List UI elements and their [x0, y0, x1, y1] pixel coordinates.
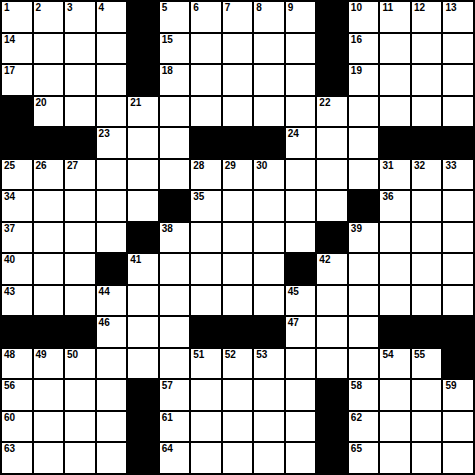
cell-r10c11[interactable] — [317, 286, 347, 316]
clue-number: 1 — [4, 3, 10, 13]
block-r1c5 — [128, 2, 158, 32]
cell-r7c11[interactable] — [317, 191, 347, 221]
clue-number: 47 — [288, 318, 299, 328]
cell-r10c6[interactable] — [160, 286, 190, 316]
cell-r9c2[interactable] — [34, 254, 64, 284]
cell-r10c4[interactable]: 44 — [97, 286, 127, 316]
cell-r8c4[interactable] — [97, 223, 127, 253]
cell-r2c9[interactable] — [254, 34, 284, 64]
cell-r9c8[interactable] — [223, 254, 253, 284]
cell-r8c9[interactable] — [254, 223, 284, 253]
cell-r14c2[interactable] — [34, 412, 64, 442]
cell-r12c13[interactable]: 54 — [380, 349, 410, 379]
cell-r10c15[interactable] — [443, 286, 473, 316]
block-r7c12 — [349, 191, 379, 221]
cell-r13c12[interactable]: 58 — [349, 380, 379, 410]
cell-r13c8[interactable] — [223, 380, 253, 410]
cell-r8c10[interactable] — [286, 223, 316, 253]
cell-r1c14[interactable]: 12 — [412, 2, 442, 32]
block-r5c8 — [223, 128, 253, 158]
block-r4c1 — [2, 97, 32, 127]
clue-number: 2 — [36, 3, 42, 13]
cell-r15c3[interactable] — [65, 443, 95, 473]
cell-r2c2[interactable] — [34, 34, 64, 64]
cell-r1c9[interactable]: 8 — [254, 2, 284, 32]
cell-r8c8[interactable] — [223, 223, 253, 253]
clue-number: 35 — [193, 192, 204, 202]
cell-r2c12[interactable]: 16 — [349, 34, 379, 64]
cell-r13c4[interactable] — [97, 380, 127, 410]
cell-r7c13[interactable]: 36 — [380, 191, 410, 221]
clue-number: 56 — [4, 381, 15, 391]
clue-number: 9 — [288, 3, 294, 13]
cell-r4c8[interactable] — [223, 97, 253, 127]
cell-r13c9[interactable] — [254, 380, 284, 410]
cell-r9c5[interactable]: 41 — [128, 254, 158, 284]
cell-r15c7[interactable] — [191, 443, 221, 473]
cell-r13c3[interactable] — [65, 380, 95, 410]
cell-r12c7[interactable]: 51 — [191, 349, 221, 379]
cell-r12c3[interactable]: 50 — [65, 349, 95, 379]
block-r12c15 — [443, 349, 473, 379]
cell-r2c3[interactable] — [65, 34, 95, 64]
cell-r10c2[interactable] — [34, 286, 64, 316]
cell-r9c3[interactable] — [65, 254, 95, 284]
cell-r9c7[interactable] — [191, 254, 221, 284]
cell-r2c8[interactable] — [223, 34, 253, 64]
cell-r2c7[interactable] — [191, 34, 221, 64]
clue-number: 41 — [130, 255, 141, 265]
cell-r6c6[interactable] — [160, 160, 190, 190]
clue-number: 38 — [162, 224, 173, 234]
cell-r5c11[interactable] — [317, 128, 347, 158]
cell-r4c11[interactable]: 22 — [317, 97, 347, 127]
cell-r11c5[interactable] — [128, 317, 158, 347]
cell-r6c1[interactable]: 25 — [2, 160, 32, 190]
cell-r8c1[interactable]: 37 — [2, 223, 32, 253]
cell-r12c2[interactable]: 49 — [34, 349, 64, 379]
cell-r12c6[interactable] — [160, 349, 190, 379]
cell-r3c4[interactable] — [97, 65, 127, 95]
clue-number: 62 — [351, 413, 362, 423]
block-r3c5 — [128, 65, 158, 95]
cell-r10c5[interactable] — [128, 286, 158, 316]
clue-number: 34 — [4, 192, 15, 202]
cell-r6c3[interactable]: 27 — [65, 160, 95, 190]
cell-r15c8[interactable] — [223, 443, 253, 473]
clue-number: 15 — [162, 35, 173, 45]
clue-number: 30 — [256, 161, 267, 171]
cell-r7c5[interactable] — [128, 191, 158, 221]
cell-r9c12[interactable] — [349, 254, 379, 284]
block-r9c4 — [97, 254, 127, 284]
cell-r3c1[interactable]: 17 — [2, 65, 32, 95]
cell-r3c2[interactable] — [34, 65, 64, 95]
cell-r10c8[interactable] — [223, 286, 253, 316]
block-r15c5 — [128, 443, 158, 473]
cell-r12c10[interactable] — [286, 349, 316, 379]
cell-r1c15[interactable]: 13 — [443, 2, 473, 32]
cell-r15c14[interactable] — [412, 443, 442, 473]
clue-number: 6 — [193, 3, 199, 13]
clue-number: 64 — [162, 444, 173, 454]
cell-r2c1[interactable]: 14 — [2, 34, 32, 64]
cell-r6c8[interactable]: 29 — [223, 160, 253, 190]
clue-number: 36 — [382, 192, 393, 202]
cell-r4c3[interactable] — [65, 97, 95, 127]
cell-r14c10[interactable] — [286, 412, 316, 442]
cell-r10c10[interactable]: 45 — [286, 286, 316, 316]
cell-r9c13[interactable] — [380, 254, 410, 284]
cell-r10c3[interactable] — [65, 286, 95, 316]
block-r11c2 — [34, 317, 64, 347]
clue-number: 12 — [414, 3, 425, 13]
cell-r15c6[interactable]: 64 — [160, 443, 190, 473]
clue-number: 32 — [414, 161, 425, 171]
cell-r12c11[interactable] — [317, 349, 347, 379]
cell-r1c13[interactable]: 11 — [380, 2, 410, 32]
clue-number: 21 — [130, 98, 141, 108]
cell-r4c14[interactable] — [412, 97, 442, 127]
cell-r14c13[interactable] — [380, 412, 410, 442]
clue-number: 27 — [67, 161, 78, 171]
cell-r10c9[interactable] — [254, 286, 284, 316]
cell-r13c6[interactable]: 57 — [160, 380, 190, 410]
block-r11c1 — [2, 317, 32, 347]
cell-r3c7[interactable] — [191, 65, 221, 95]
cell-r15c2[interactable] — [34, 443, 64, 473]
block-r11c14 — [412, 317, 442, 347]
block-r11c13 — [380, 317, 410, 347]
cell-r4c2[interactable]: 20 — [34, 97, 64, 127]
cell-r12c14[interactable]: 55 — [412, 349, 442, 379]
cell-r4c7[interactable] — [191, 97, 221, 127]
cell-r13c10[interactable] — [286, 380, 316, 410]
clue-number: 29 — [225, 161, 236, 171]
clue-number: 54 — [382, 350, 393, 360]
block-r5c7 — [191, 128, 221, 158]
cell-r2c15[interactable] — [443, 34, 473, 64]
clue-number: 50 — [67, 350, 78, 360]
cell-r14c12[interactable]: 62 — [349, 412, 379, 442]
cell-r9c6[interactable] — [160, 254, 190, 284]
block-r14c5 — [128, 412, 158, 442]
cell-r3c9[interactable] — [254, 65, 284, 95]
cell-r4c12[interactable] — [349, 97, 379, 127]
block-r14c11 — [317, 412, 347, 442]
cell-r6c12[interactable] — [349, 160, 379, 190]
cell-r13c7[interactable] — [191, 380, 221, 410]
cell-r13c2[interactable] — [34, 380, 64, 410]
clue-number: 11 — [382, 3, 393, 13]
block-r5c14 — [412, 128, 442, 158]
cell-r6c13[interactable]: 31 — [380, 160, 410, 190]
block-r11c9 — [254, 317, 284, 347]
cell-r8c3[interactable] — [65, 223, 95, 253]
cell-r8c12[interactable]: 39 — [349, 223, 379, 253]
cell-r8c13[interactable] — [380, 223, 410, 253]
cell-r8c2[interactable] — [34, 223, 64, 253]
clue-number: 49 — [36, 350, 47, 360]
clue-number: 24 — [288, 129, 299, 139]
cell-r3c12[interactable]: 19 — [349, 65, 379, 95]
cell-r4c5[interactable]: 21 — [128, 97, 158, 127]
cell-r2c13[interactable] — [380, 34, 410, 64]
clue-number: 4 — [99, 3, 105, 13]
cell-r8c15[interactable] — [443, 223, 473, 253]
cell-r1c7[interactable]: 6 — [191, 2, 221, 32]
cell-r12c8[interactable]: 52 — [223, 349, 253, 379]
block-r13c5 — [128, 380, 158, 410]
clue-number: 53 — [256, 350, 267, 360]
clue-number: 13 — [445, 3, 456, 13]
clue-number: 33 — [445, 161, 456, 171]
cell-r6c5[interactable] — [128, 160, 158, 190]
cell-r15c9[interactable] — [254, 443, 284, 473]
cell-r12c1[interactable]: 48 — [2, 349, 32, 379]
cell-r13c14[interactable] — [412, 380, 442, 410]
cell-r9c14[interactable] — [412, 254, 442, 284]
cell-r6c9[interactable]: 30 — [254, 160, 284, 190]
cell-r15c10[interactable] — [286, 443, 316, 473]
cell-r9c11[interactable]: 42 — [317, 254, 347, 284]
cell-r3c3[interactable] — [65, 65, 95, 95]
cell-r15c12[interactable]: 65 — [349, 443, 379, 473]
cell-r6c15[interactable]: 33 — [443, 160, 473, 190]
clue-number: 39 — [351, 224, 362, 234]
cell-r14c8[interactable] — [223, 412, 253, 442]
block-r7c6 — [160, 191, 190, 221]
cell-r11c10[interactable]: 47 — [286, 317, 316, 347]
cell-r3c13[interactable] — [380, 65, 410, 95]
cell-r5c6[interactable] — [160, 128, 190, 158]
cell-r1c8[interactable]: 7 — [223, 2, 253, 32]
cell-r14c4[interactable] — [97, 412, 127, 442]
clue-number: 40 — [4, 255, 15, 265]
clue-number: 55 — [414, 350, 425, 360]
cell-r8c6[interactable]: 38 — [160, 223, 190, 253]
block-r1c11 — [317, 2, 347, 32]
clue-number: 52 — [225, 350, 236, 360]
block-r5c2 — [34, 128, 64, 158]
cell-r4c15[interactable] — [443, 97, 473, 127]
cell-r7c2[interactable] — [34, 191, 64, 221]
cell-r7c3[interactable] — [65, 191, 95, 221]
block-r15c11 — [317, 443, 347, 473]
clue-number: 23 — [99, 129, 110, 139]
clue-number: 5 — [162, 3, 168, 13]
clue-number: 17 — [4, 66, 15, 76]
clue-number: 65 — [351, 444, 362, 454]
cell-r7c10[interactable] — [286, 191, 316, 221]
clue-number: 31 — [382, 161, 393, 171]
cell-r13c1[interactable]: 56 — [2, 380, 32, 410]
cell-r4c9[interactable] — [254, 97, 284, 127]
cell-r14c14[interactable] — [412, 412, 442, 442]
clue-number: 57 — [162, 381, 173, 391]
cell-r6c2[interactable]: 26 — [34, 160, 64, 190]
clue-number: 59 — [445, 381, 456, 391]
clue-number: 25 — [4, 161, 15, 171]
clue-number: 44 — [99, 287, 110, 297]
cell-r15c15[interactable] — [443, 443, 473, 473]
cell-r1c2[interactable]: 2 — [34, 2, 64, 32]
block-r11c3 — [65, 317, 95, 347]
block-r8c5 — [128, 223, 158, 253]
cell-r11c12[interactable] — [349, 317, 379, 347]
cell-r10c7[interactable] — [191, 286, 221, 316]
clue-number: 8 — [256, 3, 262, 13]
block-r5c9 — [254, 128, 284, 158]
cell-r2c14[interactable] — [412, 34, 442, 64]
block-r5c3 — [65, 128, 95, 158]
cell-r4c10[interactable] — [286, 97, 316, 127]
cell-r12c4[interactable] — [97, 349, 127, 379]
cell-r8c14[interactable] — [412, 223, 442, 253]
cell-r4c6[interactable] — [160, 97, 190, 127]
cell-r1c3[interactable]: 3 — [65, 2, 95, 32]
cell-r1c1[interactable]: 1 — [2, 2, 32, 32]
block-r13c11 — [317, 380, 347, 410]
clue-number: 51 — [193, 350, 204, 360]
cell-r7c9[interactable] — [254, 191, 284, 221]
cell-r14c1[interactable]: 60 — [2, 412, 32, 442]
cell-r5c5[interactable] — [128, 128, 158, 158]
cell-r12c5[interactable] — [128, 349, 158, 379]
cell-r3c10[interactable] — [286, 65, 316, 95]
clue-number: 58 — [351, 381, 362, 391]
cell-r11c11[interactable] — [317, 317, 347, 347]
block-r8c11 — [317, 223, 347, 253]
cell-r10c12[interactable] — [349, 286, 379, 316]
clue-number: 18 — [162, 66, 173, 76]
cell-r6c4[interactable] — [97, 160, 127, 190]
cell-r3c14[interactable] — [412, 65, 442, 95]
clue-number: 10 — [351, 3, 362, 13]
block-r2c5 — [128, 34, 158, 64]
block-r3c11 — [317, 65, 347, 95]
cell-r1c12[interactable]: 10 — [349, 2, 379, 32]
cell-r15c4[interactable] — [97, 443, 127, 473]
cell-r9c9[interactable] — [254, 254, 284, 284]
cell-r3c8[interactable] — [223, 65, 253, 95]
cell-r14c15[interactable] — [443, 412, 473, 442]
cell-r1c6[interactable]: 5 — [160, 2, 190, 32]
cell-r5c12[interactable] — [349, 128, 379, 158]
cell-r4c4[interactable] — [97, 97, 127, 127]
clue-number: 28 — [193, 161, 204, 171]
clue-number: 42 — [319, 255, 330, 265]
clue-number: 19 — [351, 66, 362, 76]
cell-r9c1[interactable]: 40 — [2, 254, 32, 284]
clue-number: 20 — [36, 98, 47, 108]
cell-r5c4[interactable]: 23 — [97, 128, 127, 158]
cell-r7c14[interactable] — [412, 191, 442, 221]
clue-number: 16 — [351, 35, 362, 45]
clue-number: 60 — [4, 413, 15, 423]
cell-r11c4[interactable]: 46 — [97, 317, 127, 347]
block-r11c7 — [191, 317, 221, 347]
cell-r6c11[interactable] — [317, 160, 347, 190]
clue-number: 45 — [288, 287, 299, 297]
cell-r14c3[interactable] — [65, 412, 95, 442]
cell-r7c8[interactable] — [223, 191, 253, 221]
block-r11c15 — [443, 317, 473, 347]
cell-r2c6[interactable]: 15 — [160, 34, 190, 64]
block-r2c11 — [317, 34, 347, 64]
cell-r14c6[interactable]: 61 — [160, 412, 190, 442]
clue-number: 46 — [99, 318, 110, 328]
clue-number: 43 — [4, 287, 15, 297]
cell-r10c14[interactable] — [412, 286, 442, 316]
cell-r3c6[interactable]: 18 — [160, 65, 190, 95]
block-r5c15 — [443, 128, 473, 158]
cell-r12c9[interactable]: 53 — [254, 349, 284, 379]
clue-number: 48 — [4, 350, 15, 360]
block-r5c13 — [380, 128, 410, 158]
block-r11c8 — [223, 317, 253, 347]
cell-r1c4[interactable]: 4 — [97, 2, 127, 32]
cell-r6c7[interactable]: 28 — [191, 160, 221, 190]
cell-r10c1[interactable]: 43 — [2, 286, 32, 316]
cell-r6c10[interactable] — [286, 160, 316, 190]
cell-r4c13[interactable] — [380, 97, 410, 127]
cell-r6c14[interactable]: 32 — [412, 160, 442, 190]
cell-r7c1[interactable]: 34 — [2, 191, 32, 221]
clue-number: 26 — [36, 161, 47, 171]
cell-r1c10[interactable]: 9 — [286, 2, 316, 32]
cell-r13c15[interactable]: 59 — [443, 380, 473, 410]
clue-number: 22 — [319, 98, 330, 108]
cell-r13c13[interactable] — [380, 380, 410, 410]
cell-r12c12[interactable] — [349, 349, 379, 379]
cell-r9c15[interactable] — [443, 254, 473, 284]
clue-number: 37 — [4, 224, 15, 234]
cell-r2c4[interactable] — [97, 34, 127, 64]
cell-r7c15[interactable] — [443, 191, 473, 221]
block-r9c10 — [286, 254, 316, 284]
cell-r15c13[interactable] — [380, 443, 410, 473]
clue-number: 14 — [4, 35, 15, 45]
cell-r3c15[interactable] — [443, 65, 473, 95]
cell-r2c10[interactable] — [286, 34, 316, 64]
cell-r14c7[interactable] — [191, 412, 221, 442]
cell-r7c7[interactable]: 35 — [191, 191, 221, 221]
cell-r5c10[interactable]: 24 — [286, 128, 316, 158]
clue-number: 63 — [4, 444, 15, 454]
clue-number: 61 — [162, 413, 173, 423]
cell-r15c1[interactable]: 63 — [2, 443, 32, 473]
block-r5c1 — [2, 128, 32, 158]
cell-r8c7[interactable] — [191, 223, 221, 253]
cell-r11c6[interactable] — [160, 317, 190, 347]
cell-r14c9[interactable] — [254, 412, 284, 442]
clue-number: 7 — [225, 3, 231, 13]
cell-r10c13[interactable] — [380, 286, 410, 316]
clue-number: 3 — [67, 3, 73, 13]
cell-r7c4[interactable] — [97, 191, 127, 221]
crossword-grid: 1234567891011121314151617181920212223242… — [0, 0, 475, 475]
